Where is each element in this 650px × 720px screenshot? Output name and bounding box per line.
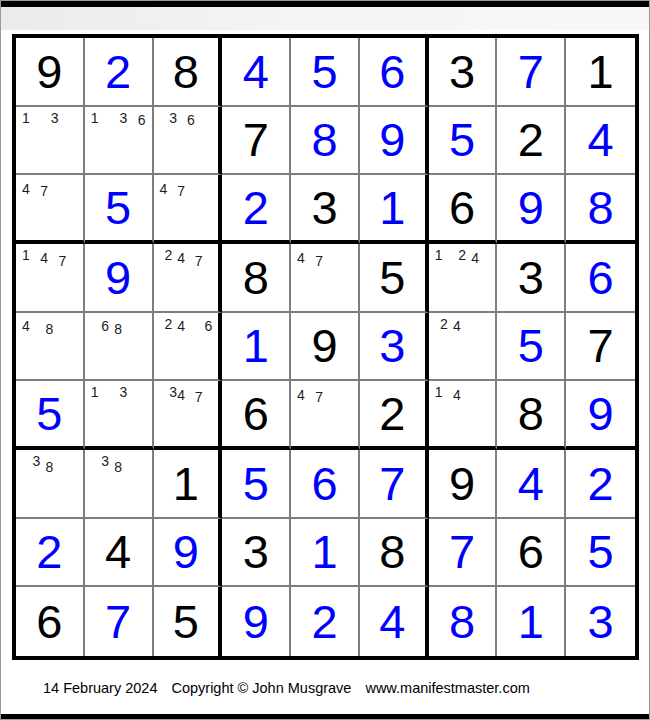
given-digit: 9 [449, 460, 475, 507]
cell-r1c5[interactable]: 5 [291, 38, 360, 107]
candidate-digit: 4 [22, 182, 30, 196]
cell-r2c2[interactable]: 136 [85, 107, 154, 176]
cell-r1c3[interactable]: 8 [154, 38, 223, 107]
candidate-digit: 7 [315, 254, 323, 268]
footer-website[interactable]: www.manifestmaster.com [365, 680, 529, 696]
cell-r2c7[interactable]: 5 [429, 107, 498, 176]
cell-r6c7[interactable]: 14 [429, 381, 498, 450]
candidate-digit: 1 [435, 385, 443, 399]
given-digit: 9 [36, 48, 62, 95]
candidate-digit: 8 [45, 322, 53, 336]
cell-r5c3[interactable]: 246 [154, 313, 223, 382]
candidate-digit: 6 [138, 113, 146, 127]
cell-r5c4[interactable]: 1 [222, 313, 291, 382]
candidate-digit: 7 [40, 184, 48, 198]
cell-r8c8[interactable]: 6 [497, 519, 566, 588]
solved-digit: 3 [588, 598, 614, 645]
cell-r6c8[interactable]: 8 [497, 381, 566, 450]
solved-digit: 7 [449, 528, 475, 575]
cell-r8c5[interactable]: 1 [291, 519, 360, 588]
candidate-digit: 7 [195, 390, 203, 404]
cell-r2c6[interactable]: 9 [360, 107, 429, 176]
candidate-digit: 1 [435, 248, 443, 262]
pencil-marks: 24 [429, 313, 496, 380]
cell-r3c4[interactable]: 2 [222, 175, 291, 244]
cell-r9c1[interactable]: 6 [16, 587, 85, 656]
candidate-digit: 4 [471, 251, 479, 265]
cell-r9c5[interactable]: 2 [291, 587, 360, 656]
candidate-digit: 3 [101, 454, 109, 468]
solved-digit: 5 [588, 528, 614, 575]
pencil-marks: 38 [85, 450, 152, 517]
candidate-digit: 4 [177, 251, 185, 265]
cell-r4c5[interactable]: 47 [291, 244, 360, 313]
candidate-digit: 1 [22, 111, 30, 125]
solved-digit: 5 [243, 460, 269, 507]
puzzle-page: 9284563711313636789524475472316981479247… [0, 0, 650, 720]
solved-digit: 2 [243, 184, 269, 231]
pencil-marks: 147 [16, 244, 83, 311]
candidate-digit: 7 [177, 184, 185, 198]
solved-digit: 6 [588, 254, 614, 301]
cell-r7c3[interactable]: 1 [154, 450, 223, 519]
candidate-digit: 8 [114, 460, 122, 474]
cell-r3c1[interactable]: 47 [16, 175, 85, 244]
candidate-digit: 4 [297, 251, 305, 265]
cell-r4c9[interactable]: 6 [566, 244, 635, 313]
cell-r9c9[interactable]: 3 [566, 587, 635, 656]
pencil-marks: 246 [154, 313, 219, 380]
cell-r5c8[interactable]: 5 [497, 313, 566, 382]
cell-r9c4[interactable]: 9 [222, 587, 291, 656]
given-digit: 2 [379, 390, 405, 437]
cell-r8c3[interactable]: 9 [154, 519, 223, 588]
pencil-marks: 347 [154, 381, 219, 446]
cell-r4c6[interactable]: 5 [360, 244, 429, 313]
cell-r2c1[interactable]: 13 [16, 107, 85, 176]
candidate-digit: 3 [169, 111, 177, 125]
cell-r8c7[interactable]: 7 [429, 519, 498, 588]
cell-r4c4[interactable]: 8 [222, 244, 291, 313]
given-digit: 5 [379, 254, 405, 301]
given-digit: 5 [173, 598, 199, 645]
solved-digit: 9 [379, 116, 405, 163]
cell-r8c6[interactable]: 8 [360, 519, 429, 588]
candidate-digit: 8 [114, 322, 122, 336]
candidate-digit: 3 [51, 111, 59, 125]
cell-r8c2[interactable]: 4 [85, 519, 154, 588]
solved-digit: 4 [588, 116, 614, 163]
candidate-digit: 7 [195, 254, 203, 268]
cell-r9c8[interactable]: 1 [497, 587, 566, 656]
given-digit: 3 [449, 48, 475, 95]
cell-r6c9[interactable]: 9 [566, 381, 635, 450]
footer-copyright: Copyright © John Musgrave [171, 680, 351, 696]
cell-r3c5[interactable]: 3 [291, 175, 360, 244]
cell-r4c7[interactable]: 124 [429, 244, 498, 313]
solved-digit: 3 [379, 322, 405, 369]
cell-r6c1[interactable]: 5 [16, 381, 85, 450]
solved-digit: 4 [243, 48, 269, 95]
cell-r1c2[interactable]: 2 [85, 38, 154, 107]
cell-r6c5[interactable]: 47 [291, 381, 360, 450]
cell-r7c8[interactable]: 4 [497, 450, 566, 519]
pencil-marks: 68 [85, 313, 152, 380]
cell-r3c3[interactable]: 47 [154, 175, 223, 244]
cell-r3c2[interactable]: 5 [85, 175, 154, 244]
candidate-digit: 4 [453, 388, 461, 402]
given-digit: 1 [173, 460, 199, 507]
candidate-digit: 3 [119, 385, 127, 399]
cell-r6c3[interactable]: 347 [154, 381, 223, 450]
candidate-digit: 6 [101, 319, 109, 333]
solved-digit: 1 [379, 184, 405, 231]
cell-r7c5[interactable]: 6 [291, 450, 360, 519]
pencil-marks: 124 [429, 244, 496, 311]
pencil-marks: 13 [16, 107, 83, 174]
candidate-digit: 4 [297, 388, 305, 402]
candidate-digit: 4 [40, 251, 48, 265]
solved-digit: 5 [105, 184, 131, 231]
cell-r2c3[interactable]: 36 [154, 107, 223, 176]
solved-digit: 2 [311, 598, 337, 645]
cell-r5c7[interactable]: 24 [429, 313, 498, 382]
given-digit: 8 [518, 390, 544, 437]
solved-digit: 7 [105, 598, 131, 645]
cell-r2c4[interactable]: 7 [222, 107, 291, 176]
solved-digit: 4 [518, 460, 544, 507]
solved-digit: 2 [588, 460, 614, 507]
given-digit: 6 [449, 184, 475, 231]
solved-digit: 9 [243, 598, 269, 645]
pencil-marks: 136 [85, 107, 152, 174]
cell-r1c1[interactable]: 9 [16, 38, 85, 107]
candidate-digit: 8 [45, 460, 53, 474]
cell-r2c9[interactable]: 4 [566, 107, 635, 176]
pencil-marks: 47 [16, 175, 83, 240]
cell-r5c6[interactable]: 3 [360, 313, 429, 382]
pencil-marks: 47 [291, 381, 358, 446]
pencil-marks: 47 [154, 175, 219, 240]
candidate-digit: 2 [164, 317, 172, 331]
solved-digit: 1 [311, 528, 337, 575]
cell-r4c1[interactable]: 147 [16, 244, 85, 313]
cell-r5c2[interactable]: 68 [85, 313, 154, 382]
cell-r3c8[interactable]: 9 [497, 175, 566, 244]
candidate-digit: 4 [22, 319, 30, 333]
pencil-marks: 247 [154, 244, 219, 311]
cell-r9c7[interactable]: 8 [429, 587, 498, 656]
solved-digit: 7 [379, 460, 405, 507]
solved-digit: 9 [105, 254, 131, 301]
given-digit: 9 [311, 322, 337, 369]
given-digit: 3 [243, 528, 269, 575]
given-digit: 8 [243, 254, 269, 301]
solved-digit: 9 [588, 390, 614, 437]
candidate-digit: 3 [169, 385, 177, 399]
candidate-digit: 3 [32, 454, 40, 468]
cell-r9c2[interactable]: 7 [85, 587, 154, 656]
candidate-digit: 4 [177, 319, 185, 333]
given-digit: 3 [518, 254, 544, 301]
cell-r9c6[interactable]: 4 [360, 587, 429, 656]
cell-r9c3[interactable]: 5 [154, 587, 223, 656]
header-strip [1, 7, 649, 30]
given-digit: 6 [518, 528, 544, 575]
solved-digit: 5 [518, 322, 544, 369]
cell-r7c9[interactable]: 2 [566, 450, 635, 519]
candidate-digit: 2 [458, 248, 466, 262]
candidate-digit: 3 [119, 111, 127, 125]
cell-r4c8[interactable]: 3 [497, 244, 566, 313]
footer-date: 14 February 2024 [43, 680, 157, 696]
given-digit: 7 [588, 322, 614, 369]
cell-r2c8[interactable]: 2 [497, 107, 566, 176]
solved-digit: 6 [379, 48, 405, 95]
solved-digit: 5 [449, 116, 475, 163]
cell-r4c2[interactable]: 9 [85, 244, 154, 313]
cell-r1c4[interactable]: 4 [222, 38, 291, 107]
given-digit: 3 [311, 184, 337, 231]
cell-r8c1[interactable]: 2 [16, 519, 85, 588]
cell-r2c5[interactable]: 8 [291, 107, 360, 176]
cell-r6c4[interactable]: 6 [222, 381, 291, 450]
solved-digit: 1 [518, 598, 544, 645]
solved-digit: 8 [588, 184, 614, 231]
solved-digit: 5 [36, 390, 62, 437]
candidate-digit: 4 [177, 388, 185, 402]
cell-r6c2[interactable]: 13 [85, 381, 154, 450]
given-digit: 8 [173, 48, 199, 95]
given-digit: 6 [243, 390, 269, 437]
cell-r3c7[interactable]: 6 [429, 175, 498, 244]
candidate-digit: 6 [187, 113, 195, 127]
sudoku-board: 9284563711313636789524475472316981479247… [12, 34, 639, 660]
solved-digit: 1 [243, 322, 269, 369]
pencil-marks: 36 [154, 107, 219, 174]
solved-digit: 2 [105, 48, 131, 95]
given-digit: 8 [379, 528, 405, 575]
cell-r3c9[interactable]: 8 [566, 175, 635, 244]
pencil-marks: 38 [16, 450, 83, 517]
candidate-digit: 2 [164, 248, 172, 262]
cell-r8c4[interactable]: 3 [222, 519, 291, 588]
given-digit: 4 [105, 528, 131, 575]
cell-r4c3[interactable]: 247 [154, 244, 223, 313]
given-digit: 7 [243, 116, 269, 163]
cell-r8c9[interactable]: 5 [566, 519, 635, 588]
solved-digit: 4 [379, 598, 405, 645]
given-digit: 1 [588, 48, 614, 95]
cell-r1c9[interactable]: 1 [566, 38, 635, 107]
candidate-digit: 6 [205, 319, 213, 333]
solved-digit: 9 [518, 184, 544, 231]
cell-r5c5[interactable]: 9 [291, 313, 360, 382]
pencil-marks: 13 [85, 381, 152, 446]
candidate-digit: 1 [22, 248, 30, 262]
cell-r5c9[interactable]: 7 [566, 313, 635, 382]
given-digit: 2 [518, 116, 544, 163]
solved-digit: 5 [311, 48, 337, 95]
pencil-marks: 47 [291, 244, 358, 311]
cell-r1c8[interactable]: 7 [497, 38, 566, 107]
cell-r7c2[interactable]: 38 [85, 450, 154, 519]
cell-r7c4[interactable]: 5 [222, 450, 291, 519]
cell-r3c6[interactable]: 1 [360, 175, 429, 244]
cell-r5c1[interactable]: 48 [16, 313, 85, 382]
footer: 14 February 2024 Copyright © John Musgra… [43, 680, 530, 696]
cell-r1c6[interactable]: 6 [360, 38, 429, 107]
solved-digit: 7 [518, 48, 544, 95]
candidate-digit: 2 [440, 317, 448, 331]
solved-digit: 8 [449, 598, 475, 645]
candidate-digit: 4 [160, 182, 168, 196]
candidate-digit: 4 [453, 319, 461, 333]
cell-r7c7[interactable]: 9 [429, 450, 498, 519]
cell-r1c7[interactable]: 3 [429, 38, 498, 107]
given-digit: 6 [36, 598, 62, 645]
cell-r7c1[interactable]: 38 [16, 450, 85, 519]
solved-digit: 9 [173, 528, 199, 575]
solved-digit: 6 [311, 460, 337, 507]
candidate-digit: 7 [315, 390, 323, 404]
solved-digit: 8 [311, 116, 337, 163]
solved-digit: 2 [36, 528, 62, 575]
candidate-digit: 7 [59, 254, 67, 268]
cell-r6c6[interactable]: 2 [360, 381, 429, 450]
pencil-marks: 14 [429, 381, 496, 446]
pencil-marks: 48 [16, 313, 83, 380]
cell-r7c6[interactable]: 7 [360, 450, 429, 519]
candidate-digit: 1 [91, 111, 99, 125]
candidate-digit: 1 [91, 385, 99, 399]
bottom-black-bar [1, 714, 649, 719]
